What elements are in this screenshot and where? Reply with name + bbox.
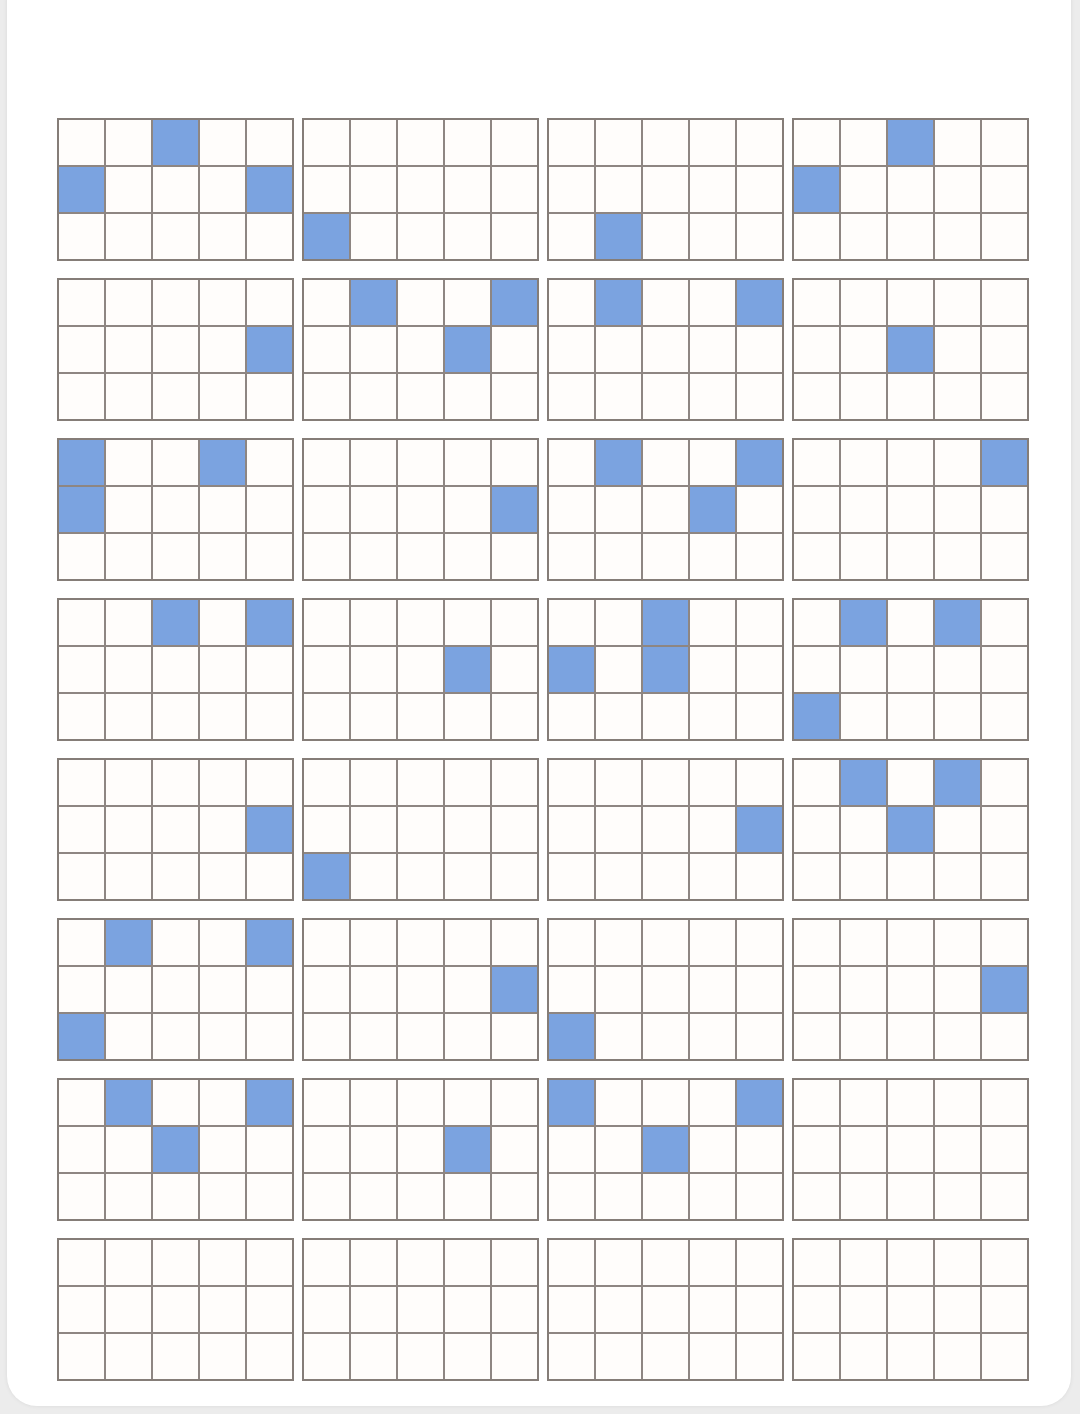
filled-cell-b15-r1-c0[interactable] <box>549 647 594 692</box>
cell-b9-r2-c1[interactable] <box>106 534 151 579</box>
cell-b8-r0-c0[interactable] <box>794 280 839 325</box>
cell-b11-r1-c4[interactable] <box>737 487 782 532</box>
filled-cell-b12-r0-c4[interactable] <box>982 440 1027 485</box>
cell-b5-r1-c2[interactable] <box>153 327 198 372</box>
cell-b29-r1-c1[interactable] <box>106 1287 151 1332</box>
cell-b7-r2-c3[interactable] <box>690 374 735 419</box>
cell-b3-r0-c4[interactable] <box>737 120 782 165</box>
cell-b6-r1-c1[interactable] <box>351 327 396 372</box>
filled-cell-b1-r1-c4[interactable] <box>247 167 292 212</box>
cell-b2-r1-c0[interactable] <box>304 167 349 212</box>
filled-cell-b24-r1-c4[interactable] <box>982 967 1027 1012</box>
cell-b21-r1-c3[interactable] <box>200 967 245 1012</box>
cell-b31-r0-c2[interactable] <box>643 1240 688 1285</box>
cell-b32-r2-c0[interactable] <box>794 1334 839 1379</box>
cell-b4-r0-c3[interactable] <box>935 120 980 165</box>
cell-b27-r1-c4[interactable] <box>737 1127 782 1172</box>
cell-b9-r0-c4[interactable] <box>247 440 292 485</box>
cell-b17-r1-c1[interactable] <box>106 807 151 852</box>
cell-b30-r1-c0[interactable] <box>304 1287 349 1332</box>
filled-cell-b11-r0-c1[interactable] <box>596 440 641 485</box>
cell-b21-r1-c2[interactable] <box>153 967 198 1012</box>
cell-b8-r0-c2[interactable] <box>888 280 933 325</box>
cell-b12-r1-c3[interactable] <box>935 487 980 532</box>
filled-cell-b16-r2-c0[interactable] <box>794 694 839 739</box>
cell-b24-r2-c2[interactable] <box>888 1014 933 1059</box>
cell-b16-r0-c2[interactable] <box>888 600 933 645</box>
filled-cell-b27-r0-c0[interactable] <box>549 1080 594 1125</box>
cell-b30-r1-c1[interactable] <box>351 1287 396 1332</box>
cell-b32-r0-c1[interactable] <box>841 1240 886 1285</box>
cell-b10-r0-c2[interactable] <box>398 440 443 485</box>
cell-b30-r2-c2[interactable] <box>398 1334 443 1379</box>
cell-b4-r2-c0[interactable] <box>794 214 839 259</box>
filled-cell-b9-r0-c0[interactable] <box>59 440 104 485</box>
cell-b18-r1-c4[interactable] <box>492 807 537 852</box>
filled-cell-b21-r2-c0[interactable] <box>59 1014 104 1059</box>
cell-b18-r0-c4[interactable] <box>492 760 537 805</box>
filled-cell-b2-r2-c0[interactable] <box>304 214 349 259</box>
cell-b17-r1-c0[interactable] <box>59 807 104 852</box>
cell-b30-r2-c0[interactable] <box>304 1334 349 1379</box>
cell-b23-r0-c4[interactable] <box>737 920 782 965</box>
cell-b7-r2-c2[interactable] <box>643 374 688 419</box>
cell-b32-r1-c4[interactable] <box>982 1287 1027 1332</box>
cell-b9-r2-c0[interactable] <box>59 534 104 579</box>
cell-b32-r1-c0[interactable] <box>794 1287 839 1332</box>
cell-b7-r1-c4[interactable] <box>737 327 782 372</box>
cell-b16-r2-c2[interactable] <box>888 694 933 739</box>
cell-b32-r2-c2[interactable] <box>888 1334 933 1379</box>
cell-b32-r0-c2[interactable] <box>888 1240 933 1285</box>
cell-b23-r1-c3[interactable] <box>690 967 735 1012</box>
cell-b25-r1-c4[interactable] <box>247 1127 292 1172</box>
cell-b1-r2-c0[interactable] <box>59 214 104 259</box>
cell-b22-r2-c2[interactable] <box>398 1014 443 1059</box>
cell-b28-r2-c2[interactable] <box>888 1174 933 1219</box>
cell-b17-r0-c4[interactable] <box>247 760 292 805</box>
cell-b27-r0-c3[interactable] <box>690 1080 735 1125</box>
cell-b3-r0-c2[interactable] <box>643 120 688 165</box>
cell-b3-r1-c2[interactable] <box>643 167 688 212</box>
cell-b14-r1-c1[interactable] <box>351 647 396 692</box>
cell-b28-r1-c1[interactable] <box>841 1127 886 1172</box>
cell-b19-r0-c1[interactable] <box>596 760 641 805</box>
cell-b16-r0-c4[interactable] <box>982 600 1027 645</box>
cell-b30-r0-c1[interactable] <box>351 1240 396 1285</box>
cell-b7-r2-c0[interactable] <box>549 374 594 419</box>
cell-b31-r2-c3[interactable] <box>690 1334 735 1379</box>
cell-b22-r2-c4[interactable] <box>492 1014 537 1059</box>
filled-cell-b27-r1-c2[interactable] <box>643 1127 688 1172</box>
filled-cell-b20-r1-c2[interactable] <box>888 807 933 852</box>
cell-b15-r0-c3[interactable] <box>690 600 735 645</box>
cell-b11-r0-c2[interactable] <box>643 440 688 485</box>
filled-cell-b3-r2-c1[interactable] <box>596 214 641 259</box>
cell-b25-r1-c1[interactable] <box>106 1127 151 1172</box>
cell-b22-r1-c0[interactable] <box>304 967 349 1012</box>
filled-cell-b7-r0-c1[interactable] <box>596 280 641 325</box>
cell-b29-r0-c3[interactable] <box>200 1240 245 1285</box>
cell-b1-r0-c1[interactable] <box>106 120 151 165</box>
cell-b3-r2-c2[interactable] <box>643 214 688 259</box>
cell-b15-r1-c3[interactable] <box>690 647 735 692</box>
cell-b30-r2-c4[interactable] <box>492 1334 537 1379</box>
cell-b10-r0-c4[interactable] <box>492 440 537 485</box>
cell-b26-r2-c1[interactable] <box>351 1174 396 1219</box>
cell-b27-r0-c1[interactable] <box>596 1080 641 1125</box>
cell-b5-r0-c0[interactable] <box>59 280 104 325</box>
cell-b19-r2-c4[interactable] <box>737 854 782 899</box>
cell-b25-r2-c3[interactable] <box>200 1174 245 1219</box>
filled-cell-b20-r0-c1[interactable] <box>841 760 886 805</box>
cell-b13-r1-c3[interactable] <box>200 647 245 692</box>
cell-b2-r2-c4[interactable] <box>492 214 537 259</box>
cell-b30-r1-c4[interactable] <box>492 1287 537 1332</box>
cell-b15-r1-c4[interactable] <box>737 647 782 692</box>
cell-b9-r2-c3[interactable] <box>200 534 245 579</box>
cell-b5-r0-c3[interactable] <box>200 280 245 325</box>
cell-b28-r1-c4[interactable] <box>982 1127 1027 1172</box>
cell-b11-r2-c4[interactable] <box>737 534 782 579</box>
cell-b2-r0-c3[interactable] <box>445 120 490 165</box>
cell-b9-r1-c1[interactable] <box>106 487 151 532</box>
cell-b31-r1-c4[interactable] <box>737 1287 782 1332</box>
cell-b18-r2-c2[interactable] <box>398 854 443 899</box>
filled-cell-b6-r0-c1[interactable] <box>351 280 396 325</box>
cell-b16-r2-c3[interactable] <box>935 694 980 739</box>
cell-b24-r0-c2[interactable] <box>888 920 933 965</box>
cell-b30-r0-c0[interactable] <box>304 1240 349 1285</box>
cell-b32-r2-c4[interactable] <box>982 1334 1027 1379</box>
cell-b29-r1-c3[interactable] <box>200 1287 245 1332</box>
cell-b13-r2-c2[interactable] <box>153 694 198 739</box>
filled-cell-b25-r1-c2[interactable] <box>153 1127 198 1172</box>
cell-b30-r2-c3[interactable] <box>445 1334 490 1379</box>
cell-b4-r0-c0[interactable] <box>794 120 839 165</box>
cell-b32-r2-c1[interactable] <box>841 1334 886 1379</box>
cell-b21-r2-c4[interactable] <box>247 1014 292 1059</box>
cell-b6-r2-c2[interactable] <box>398 374 443 419</box>
cell-b18-r0-c1[interactable] <box>351 760 396 805</box>
cell-b26-r0-c0[interactable] <box>304 1080 349 1125</box>
cell-b1-r1-c1[interactable] <box>106 167 151 212</box>
cell-b24-r2-c1[interactable] <box>841 1014 886 1059</box>
cell-b29-r0-c4[interactable] <box>247 1240 292 1285</box>
cell-b2-r2-c1[interactable] <box>351 214 396 259</box>
cell-b13-r1-c2[interactable] <box>153 647 198 692</box>
cell-b1-r0-c4[interactable] <box>247 120 292 165</box>
filled-cell-b14-r1-c3[interactable] <box>445 647 490 692</box>
cell-b17-r0-c2[interactable] <box>153 760 198 805</box>
cell-b27-r1-c3[interactable] <box>690 1127 735 1172</box>
cell-b14-r1-c4[interactable] <box>492 647 537 692</box>
cell-b31-r0-c4[interactable] <box>737 1240 782 1285</box>
filled-cell-b5-r1-c4[interactable] <box>247 327 292 372</box>
cell-b29-r1-c2[interactable] <box>153 1287 198 1332</box>
cell-b15-r0-c1[interactable] <box>596 600 641 645</box>
cell-b32-r0-c0[interactable] <box>794 1240 839 1285</box>
cell-b29-r2-c2[interactable] <box>153 1334 198 1379</box>
cell-b8-r2-c4[interactable] <box>982 374 1027 419</box>
cell-b16-r2-c4[interactable] <box>982 694 1027 739</box>
cell-b31-r1-c0[interactable] <box>549 1287 594 1332</box>
cell-b21-r0-c0[interactable] <box>59 920 104 965</box>
cell-b8-r1-c0[interactable] <box>794 327 839 372</box>
cell-b31-r1-c2[interactable] <box>643 1287 688 1332</box>
cell-b19-r2-c0[interactable] <box>549 854 594 899</box>
cell-b15-r2-c0[interactable] <box>549 694 594 739</box>
cell-b5-r0-c1[interactable] <box>106 280 151 325</box>
filled-cell-b25-r0-c4[interactable] <box>247 1080 292 1125</box>
cell-b25-r1-c0[interactable] <box>59 1127 104 1172</box>
cell-b22-r1-c3[interactable] <box>445 967 490 1012</box>
cell-b28-r0-c0[interactable] <box>794 1080 839 1125</box>
cell-b19-r2-c2[interactable] <box>643 854 688 899</box>
cell-b8-r1-c4[interactable] <box>982 327 1027 372</box>
cell-b3-r2-c4[interactable] <box>737 214 782 259</box>
cell-b13-r2-c4[interactable] <box>247 694 292 739</box>
cell-b20-r2-c2[interactable] <box>888 854 933 899</box>
cell-b24-r2-c4[interactable] <box>982 1014 1027 1059</box>
filled-cell-b18-r2-c0[interactable] <box>304 854 349 899</box>
cell-b8-r1-c3[interactable] <box>935 327 980 372</box>
cell-b21-r0-c2[interactable] <box>153 920 198 965</box>
filled-cell-b6-r0-c4[interactable] <box>492 280 537 325</box>
cell-b13-r0-c0[interactable] <box>59 600 104 645</box>
cell-b5-r1-c1[interactable] <box>106 327 151 372</box>
cell-b2-r1-c3[interactable] <box>445 167 490 212</box>
cell-b31-r0-c0[interactable] <box>549 1240 594 1285</box>
cell-b22-r2-c1[interactable] <box>351 1014 396 1059</box>
cell-b11-r0-c0[interactable] <box>549 440 594 485</box>
cell-b19-r1-c2[interactable] <box>643 807 688 852</box>
cell-b18-r0-c3[interactable] <box>445 760 490 805</box>
cell-b32-r0-c3[interactable] <box>935 1240 980 1285</box>
cell-b7-r0-c0[interactable] <box>549 280 594 325</box>
cell-b15-r0-c4[interactable] <box>737 600 782 645</box>
cell-b29-r0-c0[interactable] <box>59 1240 104 1285</box>
cell-b23-r1-c2[interactable] <box>643 967 688 1012</box>
cell-b24-r0-c3[interactable] <box>935 920 980 965</box>
cell-b2-r0-c1[interactable] <box>351 120 396 165</box>
cell-b16-r1-c2[interactable] <box>888 647 933 692</box>
cell-b11-r1-c2[interactable] <box>643 487 688 532</box>
cell-b2-r0-c4[interactable] <box>492 120 537 165</box>
cell-b23-r0-c1[interactable] <box>596 920 641 965</box>
cell-b26-r2-c2[interactable] <box>398 1174 443 1219</box>
cell-b12-r0-c2[interactable] <box>888 440 933 485</box>
cell-b16-r1-c4[interactable] <box>982 647 1027 692</box>
cell-b30-r0-c2[interactable] <box>398 1240 443 1285</box>
filled-cell-b8-r1-c2[interactable] <box>888 327 933 372</box>
cell-b4-r0-c4[interactable] <box>982 120 1027 165</box>
cell-b14-r2-c1[interactable] <box>351 694 396 739</box>
cell-b31-r1-c1[interactable] <box>596 1287 641 1332</box>
cell-b20-r0-c2[interactable] <box>888 760 933 805</box>
cell-b15-r2-c4[interactable] <box>737 694 782 739</box>
cell-b1-r1-c3[interactable] <box>200 167 245 212</box>
cell-b27-r2-c4[interactable] <box>737 1174 782 1219</box>
cell-b16-r0-c0[interactable] <box>794 600 839 645</box>
cell-b8-r2-c1[interactable] <box>841 374 886 419</box>
cell-b18-r1-c2[interactable] <box>398 807 443 852</box>
cell-b27-r1-c0[interactable] <box>549 1127 594 1172</box>
filled-cell-b4-r1-c0[interactable] <box>794 167 839 212</box>
filled-cell-b19-r1-c4[interactable] <box>737 807 782 852</box>
cell-b8-r2-c2[interactable] <box>888 374 933 419</box>
cell-b19-r2-c3[interactable] <box>690 854 735 899</box>
cell-b24-r1-c0[interactable] <box>794 967 839 1012</box>
cell-b12-r0-c3[interactable] <box>935 440 980 485</box>
cell-b25-r0-c2[interactable] <box>153 1080 198 1125</box>
cell-b12-r0-c1[interactable] <box>841 440 886 485</box>
filled-cell-b16-r0-c3[interactable] <box>935 600 980 645</box>
cell-b28-r2-c0[interactable] <box>794 1174 839 1219</box>
cell-b8-r0-c1[interactable] <box>841 280 886 325</box>
cell-b10-r1-c3[interactable] <box>445 487 490 532</box>
cell-b6-r0-c0[interactable] <box>304 280 349 325</box>
cell-b28-r1-c3[interactable] <box>935 1127 980 1172</box>
cell-b28-r1-c2[interactable] <box>888 1127 933 1172</box>
cell-b24-r2-c3[interactable] <box>935 1014 980 1059</box>
cell-b28-r0-c3[interactable] <box>935 1080 980 1125</box>
filled-cell-b17-r1-c4[interactable] <box>247 807 292 852</box>
cell-b23-r1-c1[interactable] <box>596 967 641 1012</box>
cell-b14-r2-c2[interactable] <box>398 694 443 739</box>
cell-b30-r1-c3[interactable] <box>445 1287 490 1332</box>
cell-b26-r1-c4[interactable] <box>492 1127 537 1172</box>
cell-b10-r2-c0[interactable] <box>304 534 349 579</box>
cell-b2-r2-c2[interactable] <box>398 214 443 259</box>
cell-b7-r1-c2[interactable] <box>643 327 688 372</box>
cell-b18-r1-c1[interactable] <box>351 807 396 852</box>
cell-b17-r2-c1[interactable] <box>106 854 151 899</box>
cell-b12-r2-c4[interactable] <box>982 534 1027 579</box>
cell-b22-r0-c3[interactable] <box>445 920 490 965</box>
cell-b13-r1-c0[interactable] <box>59 647 104 692</box>
cell-b20-r1-c4[interactable] <box>982 807 1027 852</box>
cell-b14-r0-c3[interactable] <box>445 600 490 645</box>
cell-b7-r1-c3[interactable] <box>690 327 735 372</box>
cell-b4-r2-c1[interactable] <box>841 214 886 259</box>
cell-b9-r0-c2[interactable] <box>153 440 198 485</box>
cell-b5-r0-c4[interactable] <box>247 280 292 325</box>
cell-b28-r2-c1[interactable] <box>841 1174 886 1219</box>
cell-b9-r2-c2[interactable] <box>153 534 198 579</box>
cell-b17-r2-c3[interactable] <box>200 854 245 899</box>
cell-b20-r2-c1[interactable] <box>841 854 886 899</box>
filled-cell-b15-r0-c2[interactable] <box>643 600 688 645</box>
cell-b2-r2-c3[interactable] <box>445 214 490 259</box>
cell-b27-r2-c2[interactable] <box>643 1174 688 1219</box>
cell-b12-r1-c2[interactable] <box>888 487 933 532</box>
cell-b16-r1-c3[interactable] <box>935 647 980 692</box>
cell-b15-r2-c2[interactable] <box>643 694 688 739</box>
cell-b20-r0-c4[interactable] <box>982 760 1027 805</box>
cell-b10-r0-c3[interactable] <box>445 440 490 485</box>
cell-b7-r1-c0[interactable] <box>549 327 594 372</box>
cell-b8-r2-c0[interactable] <box>794 374 839 419</box>
cell-b7-r2-c1[interactable] <box>596 374 641 419</box>
cell-b23-r0-c3[interactable] <box>690 920 735 965</box>
cell-b17-r1-c3[interactable] <box>200 807 245 852</box>
cell-b32-r1-c3[interactable] <box>935 1287 980 1332</box>
cell-b22-r2-c0[interactable] <box>304 1014 349 1059</box>
cell-b24-r2-c0[interactable] <box>794 1014 839 1059</box>
cell-b6-r1-c0[interactable] <box>304 327 349 372</box>
cell-b9-r1-c2[interactable] <box>153 487 198 532</box>
cell-b11-r0-c3[interactable] <box>690 440 735 485</box>
cell-b24-r1-c1[interactable] <box>841 967 886 1012</box>
cell-b2-r0-c2[interactable] <box>398 120 443 165</box>
cell-b28-r0-c1[interactable] <box>841 1080 886 1125</box>
cell-b20-r2-c0[interactable] <box>794 854 839 899</box>
cell-b24-r1-c3[interactable] <box>935 967 980 1012</box>
cell-b8-r2-c3[interactable] <box>935 374 980 419</box>
cell-b29-r2-c4[interactable] <box>247 1334 292 1379</box>
cell-b22-r0-c0[interactable] <box>304 920 349 965</box>
filled-cell-b4-r0-c2[interactable] <box>888 120 933 165</box>
cell-b32-r1-c2[interactable] <box>888 1287 933 1332</box>
cell-b14-r1-c2[interactable] <box>398 647 443 692</box>
cell-b14-r0-c0[interactable] <box>304 600 349 645</box>
cell-b5-r2-c4[interactable] <box>247 374 292 419</box>
cell-b13-r0-c1[interactable] <box>106 600 151 645</box>
cell-b4-r2-c2[interactable] <box>888 214 933 259</box>
cell-b21-r2-c1[interactable] <box>106 1014 151 1059</box>
cell-b29-r1-c4[interactable] <box>247 1287 292 1332</box>
cell-b21-r1-c1[interactable] <box>106 967 151 1012</box>
cell-b10-r0-c0[interactable] <box>304 440 349 485</box>
cell-b14-r0-c2[interactable] <box>398 600 443 645</box>
cell-b21-r2-c2[interactable] <box>153 1014 198 1059</box>
cell-b13-r2-c1[interactable] <box>106 694 151 739</box>
cell-b31-r1-c3[interactable] <box>690 1287 735 1332</box>
cell-b22-r0-c1[interactable] <box>351 920 396 965</box>
cell-b30-r0-c3[interactable] <box>445 1240 490 1285</box>
cell-b32-r0-c4[interactable] <box>982 1240 1027 1285</box>
cell-b7-r1-c1[interactable] <box>596 327 641 372</box>
cell-b11-r2-c3[interactable] <box>690 534 735 579</box>
cell-b18-r0-c0[interactable] <box>304 760 349 805</box>
cell-b14-r2-c3[interactable] <box>445 694 490 739</box>
cell-b31-r2-c2[interactable] <box>643 1334 688 1379</box>
cell-b29-r0-c1[interactable] <box>106 1240 151 1285</box>
cell-b20-r2-c4[interactable] <box>982 854 1027 899</box>
filled-cell-b22-r1-c4[interactable] <box>492 967 537 1012</box>
cell-b31-r0-c3[interactable] <box>690 1240 735 1285</box>
cell-b3-r2-c3[interactable] <box>690 214 735 259</box>
cell-b4-r2-c4[interactable] <box>982 214 1027 259</box>
cell-b1-r1-c2[interactable] <box>153 167 198 212</box>
cell-b11-r2-c0[interactable] <box>549 534 594 579</box>
cell-b6-r0-c3[interactable] <box>445 280 490 325</box>
cell-b2-r1-c4[interactable] <box>492 167 537 212</box>
cell-b25-r1-c3[interactable] <box>200 1127 245 1172</box>
cell-b11-r1-c0[interactable] <box>549 487 594 532</box>
cell-b23-r1-c0[interactable] <box>549 967 594 1012</box>
cell-b21-r0-c3[interactable] <box>200 920 245 965</box>
cell-b31-r2-c4[interactable] <box>737 1334 782 1379</box>
cell-b26-r0-c2[interactable] <box>398 1080 443 1125</box>
filled-cell-b25-r0-c1[interactable] <box>106 1080 151 1125</box>
cell-b27-r2-c0[interactable] <box>549 1174 594 1219</box>
cell-b6-r2-c3[interactable] <box>445 374 490 419</box>
cell-b10-r1-c2[interactable] <box>398 487 443 532</box>
cell-b15-r1-c1[interactable] <box>596 647 641 692</box>
filled-cell-b23-r2-c0[interactable] <box>549 1014 594 1059</box>
